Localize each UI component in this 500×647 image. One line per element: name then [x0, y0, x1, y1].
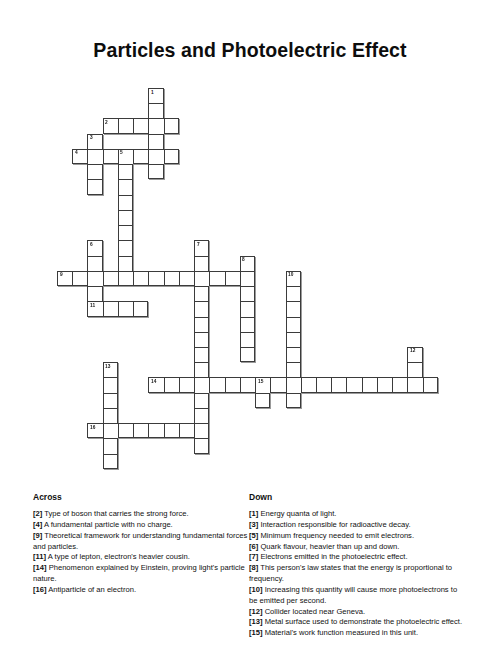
- cell-r2c6[interactable]: [148, 118, 163, 133]
- cell-number-14: 14: [151, 379, 156, 384]
- cell-r10c2[interactable]: 6: [87, 240, 102, 255]
- cell-number-13: 13: [105, 364, 110, 369]
- cell-r11c2[interactable]: [87, 256, 102, 271]
- cell-r20c9[interactable]: [194, 393, 209, 408]
- down-clue-list: [1] Energy quanta of light.[3] Interacti…: [249, 509, 463, 639]
- cell-r19c9[interactable]: [194, 377, 209, 392]
- cell-r4c4[interactable]: 5: [118, 149, 133, 164]
- cell-r18c3[interactable]: 13: [103, 362, 118, 377]
- cell-r3c2[interactable]: 3: [87, 134, 102, 149]
- cell-r4c5[interactable]: [133, 149, 148, 164]
- down-clue-number-6: [6]: [249, 542, 258, 551]
- down-clue-number-10: [10]: [249, 585, 263, 594]
- down-clue-number-1: [1]: [249, 509, 258, 518]
- cell-r19c3[interactable]: [103, 377, 118, 392]
- cell-r16c12[interactable]: [240, 332, 255, 347]
- down-clue-15: [15] Material's work function measured i…: [249, 628, 463, 639]
- cell-number-8: 8: [242, 257, 245, 262]
- down-clue-number-5: [5]: [249, 531, 258, 540]
- down-clue-number-13: [13]: [249, 617, 263, 626]
- cell-r21c9[interactable]: [194, 408, 209, 423]
- cell-r22c4[interactable]: [118, 423, 133, 438]
- cell-r12c7[interactable]: [164, 271, 179, 286]
- cell-r7c4[interactable]: [118, 195, 133, 210]
- cell-r19c11[interactable]: [225, 377, 240, 392]
- cell-r10c9[interactable]: 7: [194, 240, 209, 255]
- cell-number-7: 7: [197, 242, 200, 247]
- cell-r21c3[interactable]: [103, 408, 118, 423]
- cell-r12c15[interactable]: 10: [286, 271, 301, 286]
- cell-r19c14[interactable]: [270, 377, 285, 392]
- cell-r6c2[interactable]: [87, 179, 102, 194]
- cell-r12c9[interactable]: [194, 271, 209, 286]
- across-clue-14: [14] Phenomenon explained by Einstein, p…: [33, 563, 249, 585]
- cell-r12c6[interactable]: [148, 271, 163, 286]
- across-clue-16: [16] Antiparticle of an electron.: [33, 585, 249, 596]
- cell-r12c1[interactable]: [72, 271, 87, 286]
- cell-r2c7[interactable]: [164, 118, 179, 133]
- cell-r13c2[interactable]: [87, 286, 102, 301]
- cell-r20c3[interactable]: [103, 393, 118, 408]
- cell-r23c9[interactable]: [194, 438, 209, 453]
- cell-r15c9[interactable]: [194, 317, 209, 332]
- down-clue-number-3: [3]: [249, 520, 258, 529]
- across-clue-number-14: [14]: [33, 563, 47, 572]
- cell-r22c6[interactable]: [148, 423, 163, 438]
- cell-r19c22[interactable]: [392, 377, 407, 392]
- cell-r2c5[interactable]: [133, 118, 148, 133]
- cell-r12c3[interactable]: [103, 271, 118, 286]
- cell-r15c15[interactable]: [286, 317, 301, 332]
- cell-r18c9[interactable]: [194, 362, 209, 377]
- cell-r14c15[interactable]: [286, 301, 301, 316]
- cell-r12c12[interactable]: [240, 271, 255, 286]
- cell-r14c5[interactable]: [133, 301, 148, 316]
- cell-r19c10[interactable]: [209, 377, 224, 392]
- cell-r16c9[interactable]: [194, 332, 209, 347]
- down-clue-13: [13] Metal surface used to demonstrate t…: [249, 617, 463, 628]
- cell-r8c4[interactable]: [118, 210, 133, 225]
- cell-r17c9[interactable]: [194, 347, 209, 362]
- cell-number-6: 6: [90, 242, 93, 247]
- cell-r12c4[interactable]: [118, 271, 133, 286]
- cell-r4c7[interactable]: [164, 149, 179, 164]
- cell-r22c9[interactable]: [194, 423, 209, 438]
- cell-r14c4[interactable]: [118, 301, 133, 316]
- cell-r19c24[interactable]: [423, 377, 438, 392]
- down-clue-5: [5] Minimum frequency needed to emit ele…: [249, 531, 463, 542]
- cell-r17c15[interactable]: [286, 347, 301, 362]
- cell-r19c6[interactable]: 14: [148, 377, 163, 392]
- down-clue-1: [1] Energy quanta of light.: [249, 509, 463, 520]
- cell-r15c12[interactable]: [240, 317, 255, 332]
- across-clue-number-9: [9]: [33, 531, 42, 540]
- cell-number-16: 16: [90, 425, 95, 430]
- cell-r13c12[interactable]: [240, 286, 255, 301]
- across-clue-number-16: [16]: [33, 585, 47, 594]
- cell-r20c13[interactable]: [255, 393, 270, 408]
- cell-r19c19[interactable]: [346, 377, 361, 392]
- across-clue-number-11: [11]: [33, 552, 46, 561]
- cell-r4c3[interactable]: [103, 149, 118, 164]
- cell-r5c4[interactable]: [118, 164, 133, 179]
- down-clue-10: [10] Increasing this quantity will cause…: [249, 585, 463, 607]
- across-clue-9: [9] Theoretical framework for understand…: [33, 531, 249, 553]
- cell-r19c16[interactable]: [301, 377, 316, 392]
- cell-r12c10[interactable]: [209, 271, 224, 286]
- down-clue-number-12: [12]: [249, 607, 263, 616]
- cell-r19c21[interactable]: [377, 377, 392, 392]
- cell-r10c4[interactable]: [118, 240, 133, 255]
- down-clue-12: [12] Collider located near Geneva.: [249, 607, 463, 618]
- cell-r19c12[interactable]: [240, 377, 255, 392]
- across-clue-2: [2] Type of boson that carries the stron…: [33, 509, 249, 520]
- cell-number-1: 1: [151, 90, 154, 95]
- across-clue-number-4: [4]: [33, 520, 42, 529]
- cell-r1c6[interactable]: [148, 103, 163, 118]
- cell-r19c7[interactable]: [164, 377, 179, 392]
- cell-r12c11[interactable]: [225, 271, 240, 286]
- cell-r22c3[interactable]: [103, 423, 118, 438]
- cell-r19c8[interactable]: [179, 377, 194, 392]
- cell-r13c15[interactable]: [286, 286, 301, 301]
- cell-r19c15[interactable]: [286, 377, 301, 392]
- cell-r19c20[interactable]: [362, 377, 377, 392]
- cell-r6c4[interactable]: [118, 179, 133, 194]
- cell-r12c2[interactable]: [87, 271, 102, 286]
- cell-r3c6[interactable]: [148, 134, 163, 149]
- cell-r11c9[interactable]: [194, 256, 209, 271]
- crossword-grid: 12345678910111213141516: [57, 88, 438, 469]
- cell-r23c3[interactable]: [103, 438, 118, 453]
- down-clue-7: [7] Electrons emitted in the photoelectr…: [249, 552, 463, 563]
- cell-r14c9[interactable]: [194, 301, 209, 316]
- across-clues-section: Across [2] Type of boson that carries th…: [33, 492, 249, 596]
- down-clue-8: [8] This person's law states that the en…: [249, 563, 463, 585]
- cell-number-11: 11: [90, 303, 95, 308]
- cell-r20c15[interactable]: [286, 393, 301, 408]
- down-header: Down: [249, 492, 463, 503]
- cell-r17c12[interactable]: [240, 347, 255, 362]
- cell-r4c6[interactable]: [148, 149, 163, 164]
- cell-r14c12[interactable]: [240, 301, 255, 316]
- across-header: Across: [33, 492, 249, 503]
- cell-r2c3[interactable]: 2: [103, 118, 118, 133]
- cell-r4c2[interactable]: [87, 149, 102, 164]
- page-title: Particles and Photoelectric Effect: [0, 39, 500, 62]
- cell-r22c7[interactable]: [164, 423, 179, 438]
- across-clue-list: [2] Type of boson that carries the stron…: [33, 509, 249, 596]
- cell-number-12: 12: [410, 348, 415, 353]
- cell-r14c3[interactable]: [103, 301, 118, 316]
- cell-r0c6[interactable]: 1: [148, 88, 163, 103]
- cell-r12c8[interactable]: [179, 271, 194, 286]
- down-clue-number-8: [8]: [249, 563, 258, 572]
- cell-r13c9[interactable]: [194, 286, 209, 301]
- cell-r12c5[interactable]: [133, 271, 148, 286]
- across-clue-11: [11] A type of lepton, electron's heavie…: [33, 552, 249, 563]
- cell-r18c15[interactable]: [286, 362, 301, 377]
- down-clue-number-15: [15]: [249, 628, 263, 637]
- across-clue-number-2: [2]: [33, 509, 42, 518]
- down-clue-number-7: [7]: [249, 552, 258, 561]
- cell-r19c18[interactable]: [331, 377, 346, 392]
- cell-r22c2[interactable]: 16: [87, 423, 102, 438]
- cell-r22c5[interactable]: [133, 423, 148, 438]
- cell-number-5: 5: [120, 150, 123, 155]
- cell-r19c23[interactable]: [407, 377, 422, 392]
- cell-number-2: 2: [105, 120, 108, 125]
- cell-r9c4[interactable]: [118, 225, 133, 240]
- cell-r12c0[interactable]: 9: [57, 271, 72, 286]
- down-clues-section: Down [1] Energy quanta of light.[3] Inte…: [249, 492, 463, 639]
- cell-r11c12[interactable]: 8: [240, 256, 255, 271]
- cell-r18c23[interactable]: [407, 362, 422, 377]
- cell-r5c2[interactable]: [87, 164, 102, 179]
- cell-number-4: 4: [75, 150, 78, 155]
- cell-number-9: 9: [60, 272, 63, 277]
- cell-r14c2[interactable]: 11: [87, 301, 102, 316]
- cell-r24c3[interactable]: [103, 454, 118, 469]
- cell-r19c13[interactable]: 15: [255, 377, 270, 392]
- down-clue-6: [6] Quark flavour, heavier than up and d…: [249, 542, 463, 553]
- cell-r17c23[interactable]: 12: [407, 347, 422, 362]
- cell-r19c17[interactable]: [316, 377, 331, 392]
- cell-r5c6[interactable]: [148, 164, 163, 179]
- cell-r11c4[interactable]: [118, 256, 133, 271]
- cell-number-3: 3: [90, 135, 93, 140]
- cell-r16c15[interactable]: [286, 332, 301, 347]
- across-clue-4: [4] A fundamental particle with no charg…: [33, 520, 249, 531]
- down-clue-3: [3] Interaction responsible for radioact…: [249, 520, 463, 531]
- cell-r22c8[interactable]: [179, 423, 194, 438]
- cell-r4c1[interactable]: 4: [72, 149, 87, 164]
- cell-r2c4[interactable]: [118, 118, 133, 133]
- cell-number-10: 10: [288, 272, 293, 277]
- cell-number-15: 15: [258, 379, 263, 384]
